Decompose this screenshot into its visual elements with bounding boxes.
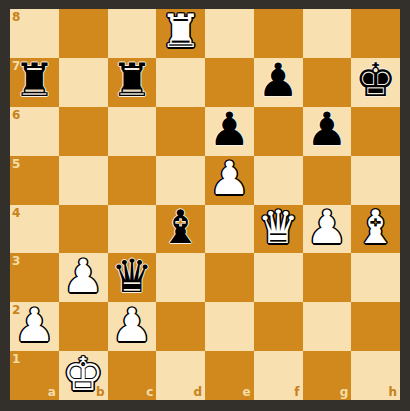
file-label-a: a (48, 386, 56, 398)
piece-black-pawn[interactable]: ♟ (306, 106, 347, 152)
square-g2[interactable] (303, 302, 352, 351)
square-c3[interactable]: ♛ (108, 253, 157, 302)
square-g6[interactable]: ♟ (303, 107, 352, 156)
square-f7[interactable]: ♟ (254, 58, 303, 107)
piece-white-rook[interactable]: ♜ (160, 8, 201, 54)
square-a1[interactable]: 1a (10, 351, 59, 400)
square-e2[interactable] (205, 302, 254, 351)
square-b8[interactable] (59, 9, 108, 58)
piece-white-pawn[interactable]: ♟ (111, 302, 152, 348)
square-h1[interactable]: h (351, 351, 400, 400)
square-f4[interactable]: ♛ (254, 205, 303, 254)
square-c8[interactable] (108, 9, 157, 58)
piece-black-king[interactable]: ♚ (355, 57, 396, 103)
square-e6[interactable]: ♟ (205, 107, 254, 156)
piece-black-bishop[interactable]: ♝ (160, 204, 201, 250)
square-b2[interactable] (59, 302, 108, 351)
piece-black-rook[interactable]: ♜ (111, 57, 152, 103)
square-b6[interactable] (59, 107, 108, 156)
piece-white-queen[interactable]: ♛ (258, 204, 299, 250)
chess-board: 8♜7♜♜♟♚6♟♟5♟4♝♛♟♝3♟♛2♟♟1ab♚cdefgh (10, 9, 400, 400)
square-a5[interactable]: 5 (10, 156, 59, 205)
square-c1[interactable]: c (108, 351, 157, 400)
square-g7[interactable] (303, 58, 352, 107)
square-g5[interactable] (303, 156, 352, 205)
square-b4[interactable] (59, 205, 108, 254)
file-label-e: e (243, 386, 251, 398)
rank-label-3: 3 (12, 255, 20, 267)
square-h4[interactable]: ♝ (351, 205, 400, 254)
square-g3[interactable] (303, 253, 352, 302)
rank-label-6: 6 (12, 109, 20, 121)
piece-white-king[interactable]: ♚ (63, 351, 104, 397)
square-b3[interactable]: ♟ (59, 253, 108, 302)
piece-white-pawn[interactable]: ♟ (14, 302, 55, 348)
piece-white-pawn[interactable]: ♟ (63, 253, 104, 299)
square-d7[interactable] (156, 58, 205, 107)
square-b5[interactable] (59, 156, 108, 205)
square-d3[interactable] (156, 253, 205, 302)
file-label-d: d (193, 386, 202, 398)
square-e8[interactable] (205, 9, 254, 58)
square-a8[interactable]: 8 (10, 9, 59, 58)
square-h6[interactable] (351, 107, 400, 156)
square-c2[interactable]: ♟ (108, 302, 157, 351)
square-a7[interactable]: 7♜ (10, 58, 59, 107)
square-c5[interactable] (108, 156, 157, 205)
square-h3[interactable] (351, 253, 400, 302)
piece-black-queen[interactable]: ♛ (111, 253, 152, 299)
square-f6[interactable] (254, 107, 303, 156)
board-frame: 8♜7♜♜♟♚6♟♟5♟4♝♛♟♝3♟♛2♟♟1ab♚cdefgh (0, 0, 410, 411)
square-e7[interactable] (205, 58, 254, 107)
square-b1[interactable]: b♚ (59, 351, 108, 400)
square-d4[interactable]: ♝ (156, 205, 205, 254)
square-e1[interactable]: e (205, 351, 254, 400)
piece-white-pawn[interactable]: ♟ (209, 155, 250, 201)
square-d2[interactable] (156, 302, 205, 351)
square-g4[interactable]: ♟ (303, 205, 352, 254)
square-d1[interactable]: d (156, 351, 205, 400)
piece-black-rook[interactable]: ♜ (14, 57, 55, 103)
square-h2[interactable] (351, 302, 400, 351)
file-label-c: c (146, 386, 153, 398)
square-d5[interactable] (156, 156, 205, 205)
file-label-h: h (388, 386, 397, 398)
rank-label-4: 4 (12, 207, 20, 219)
rank-label-8: 8 (12, 11, 20, 23)
file-label-g: g (340, 386, 349, 398)
square-f1[interactable]: f (254, 351, 303, 400)
square-a3[interactable]: 3 (10, 253, 59, 302)
square-a4[interactable]: 4 (10, 205, 59, 254)
square-d8[interactable]: ♜ (156, 9, 205, 58)
square-f2[interactable] (254, 302, 303, 351)
square-g8[interactable] (303, 9, 352, 58)
square-a2[interactable]: 2♟ (10, 302, 59, 351)
square-e5[interactable]: ♟ (205, 156, 254, 205)
piece-black-pawn[interactable]: ♟ (258, 57, 299, 103)
square-b7[interactable] (59, 58, 108, 107)
piece-white-pawn[interactable]: ♟ (306, 204, 347, 250)
square-c4[interactable] (108, 205, 157, 254)
square-h5[interactable] (351, 156, 400, 205)
square-c7[interactable]: ♜ (108, 58, 157, 107)
file-label-f: f (294, 386, 299, 398)
rank-label-1: 1 (12, 353, 20, 365)
square-f8[interactable] (254, 9, 303, 58)
rank-label-5: 5 (12, 158, 20, 170)
piece-white-bishop[interactable]: ♝ (355, 204, 396, 250)
square-f3[interactable] (254, 253, 303, 302)
square-f5[interactable] (254, 156, 303, 205)
square-g1[interactable]: g (303, 351, 352, 400)
piece-black-pawn[interactable]: ♟ (209, 106, 250, 152)
square-c6[interactable] (108, 107, 157, 156)
square-h8[interactable] (351, 9, 400, 58)
square-d6[interactable] (156, 107, 205, 156)
square-h7[interactable]: ♚ (351, 58, 400, 107)
square-e3[interactable] (205, 253, 254, 302)
square-e4[interactable] (205, 205, 254, 254)
square-a6[interactable]: 6 (10, 107, 59, 156)
